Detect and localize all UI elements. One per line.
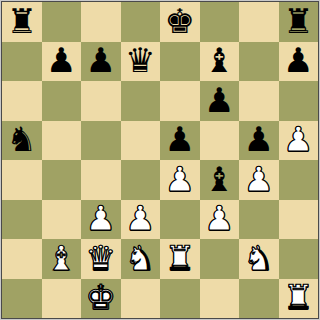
square-f8[interactable] xyxy=(200,2,240,42)
square-d6[interactable] xyxy=(121,81,161,121)
square-f4[interactable]: ♝ xyxy=(200,160,240,200)
square-f2[interactable] xyxy=(200,239,240,279)
square-a8[interactable]: ♜ xyxy=(2,2,42,42)
square-b5[interactable] xyxy=(42,121,82,161)
piece-black-pawn: ♟ xyxy=(244,122,274,156)
square-g1[interactable] xyxy=(239,279,279,319)
piece-white-knight: ♞ xyxy=(244,241,274,275)
piece-white-rook: ♜ xyxy=(165,241,195,275)
piece-white-king: ♚ xyxy=(86,280,116,314)
square-a2[interactable] xyxy=(2,239,42,279)
piece-black-bishop: ♝ xyxy=(204,43,234,77)
square-d5[interactable] xyxy=(121,121,161,161)
square-c1[interactable]: ♚ xyxy=(81,279,121,319)
square-h4[interactable] xyxy=(279,160,319,200)
piece-white-knight: ♞ xyxy=(125,241,155,275)
square-h8[interactable]: ♜ xyxy=(279,2,319,42)
square-f3[interactable]: ♟ xyxy=(200,200,240,240)
square-b4[interactable] xyxy=(42,160,82,200)
square-d8[interactable] xyxy=(121,2,161,42)
piece-white-rook: ♜ xyxy=(283,280,313,314)
square-f5[interactable] xyxy=(200,121,240,161)
square-e2[interactable]: ♜ xyxy=(160,239,200,279)
square-g7[interactable] xyxy=(239,42,279,82)
square-b3[interactable] xyxy=(42,200,82,240)
square-c7[interactable]: ♟ xyxy=(81,42,121,82)
square-a4[interactable] xyxy=(2,160,42,200)
square-g3[interactable] xyxy=(239,200,279,240)
piece-black-pawn: ♟ xyxy=(165,122,195,156)
square-c2[interactable]: ♛ xyxy=(81,239,121,279)
square-c3[interactable]: ♟ xyxy=(81,200,121,240)
square-h5[interactable]: ♟ xyxy=(279,121,319,161)
board-frame: ♜♚♜♟♟♛♝♟♟♞♟♟♟♟♝♟♟♟♟♝♛♞♜♞♚♜ xyxy=(0,0,320,320)
square-b8[interactable] xyxy=(42,2,82,42)
square-e4[interactable]: ♟ xyxy=(160,160,200,200)
square-a3[interactable] xyxy=(2,200,42,240)
square-f6[interactable]: ♟ xyxy=(200,81,240,121)
square-a6[interactable] xyxy=(2,81,42,121)
square-g4[interactable]: ♟ xyxy=(239,160,279,200)
square-h3[interactable] xyxy=(279,200,319,240)
square-h1[interactable]: ♜ xyxy=(279,279,319,319)
square-e3[interactable] xyxy=(160,200,200,240)
square-e8[interactable]: ♚ xyxy=(160,2,200,42)
square-c4[interactable] xyxy=(81,160,121,200)
square-e6[interactable] xyxy=(160,81,200,121)
chessboard: ♜♚♜♟♟♛♝♟♟♞♟♟♟♟♝♟♟♟♟♝♛♞♜♞♚♜ xyxy=(2,2,318,318)
piece-black-pawn: ♟ xyxy=(86,43,116,77)
square-d2[interactable]: ♞ xyxy=(121,239,161,279)
square-d1[interactable] xyxy=(121,279,161,319)
square-h6[interactable] xyxy=(279,81,319,121)
piece-white-bishop: ♝ xyxy=(46,241,76,275)
piece-black-pawn: ♟ xyxy=(283,43,313,77)
square-b2[interactable]: ♝ xyxy=(42,239,82,279)
piece-black-pawn: ♟ xyxy=(46,43,76,77)
piece-black-rook: ♜ xyxy=(283,4,313,38)
square-b7[interactable]: ♟ xyxy=(42,42,82,82)
piece-black-queen: ♛ xyxy=(125,43,155,77)
piece-black-pawn: ♟ xyxy=(204,83,234,117)
square-f7[interactable]: ♝ xyxy=(200,42,240,82)
piece-black-bishop: ♝ xyxy=(204,162,234,196)
square-a1[interactable] xyxy=(2,279,42,319)
square-b1[interactable] xyxy=(42,279,82,319)
piece-black-king: ♚ xyxy=(165,4,195,38)
piece-black-rook: ♜ xyxy=(7,4,37,38)
square-e1[interactable] xyxy=(160,279,200,319)
square-e5[interactable]: ♟ xyxy=(160,121,200,161)
piece-white-pawn: ♟ xyxy=(86,201,116,235)
square-c5[interactable] xyxy=(81,121,121,161)
square-e7[interactable] xyxy=(160,42,200,82)
piece-black-knight: ♞ xyxy=(7,122,37,156)
piece-white-pawn: ♟ xyxy=(283,122,313,156)
square-g2[interactable]: ♞ xyxy=(239,239,279,279)
square-h2[interactable] xyxy=(279,239,319,279)
square-d3[interactable]: ♟ xyxy=(121,200,161,240)
square-b6[interactable] xyxy=(42,81,82,121)
square-g6[interactable] xyxy=(239,81,279,121)
square-c6[interactable] xyxy=(81,81,121,121)
square-h7[interactable]: ♟ xyxy=(279,42,319,82)
square-g8[interactable] xyxy=(239,2,279,42)
piece-white-pawn: ♟ xyxy=(165,162,195,196)
square-f1[interactable] xyxy=(200,279,240,319)
piece-white-queen: ♛ xyxy=(86,241,116,275)
square-a5[interactable]: ♞ xyxy=(2,121,42,161)
square-g5[interactable]: ♟ xyxy=(239,121,279,161)
square-c8[interactable] xyxy=(81,2,121,42)
square-a7[interactable] xyxy=(2,42,42,82)
piece-white-pawn: ♟ xyxy=(125,201,155,235)
square-d4[interactable] xyxy=(121,160,161,200)
square-d7[interactable]: ♛ xyxy=(121,42,161,82)
piece-white-pawn: ♟ xyxy=(204,201,234,235)
piece-white-pawn: ♟ xyxy=(244,162,274,196)
